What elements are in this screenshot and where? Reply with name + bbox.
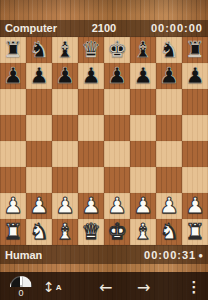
square-a2[interactable]: ♟ bbox=[0, 193, 26, 219]
flip-arrows-icon: ↕ bbox=[43, 279, 55, 295]
square-b5[interactable] bbox=[26, 115, 52, 141]
piece-black-knight[interactable]: ♞ bbox=[156, 37, 182, 63]
piece-white-knight[interactable]: ♞ bbox=[156, 219, 182, 245]
three-dots-icon: ⋮ bbox=[187, 278, 202, 296]
auto-flip-button[interactable]: ↕ A bbox=[43, 279, 62, 295]
undo-move-button[interactable]: ← bbox=[94, 278, 118, 297]
square-f6[interactable] bbox=[130, 89, 156, 115]
piece-black-king[interactable]: ♚ bbox=[104, 37, 130, 63]
piece-black-pawn[interactable]: ♟ bbox=[78, 63, 104, 89]
square-f1[interactable]: ♝ bbox=[130, 219, 156, 245]
square-f7[interactable]: ♟ bbox=[130, 63, 156, 89]
evaluation-value: 0 bbox=[18, 288, 23, 298]
square-e7[interactable]: ♟ bbox=[104, 63, 130, 89]
wood-header-strip bbox=[0, 0, 208, 20]
square-b6[interactable] bbox=[26, 89, 52, 115]
square-a8[interactable]: ♜ bbox=[0, 37, 26, 63]
active-turn-indicator: ● bbox=[198, 251, 203, 260]
redo-move-button[interactable]: → bbox=[132, 278, 156, 297]
piece-black-pawn[interactable]: ♟ bbox=[52, 63, 78, 89]
square-b2[interactable]: ♟ bbox=[26, 193, 52, 219]
square-c3[interactable] bbox=[52, 167, 78, 193]
square-c8[interactable]: ♝ bbox=[52, 37, 78, 63]
square-a5[interactable] bbox=[0, 115, 26, 141]
square-f8[interactable]: ♝ bbox=[130, 37, 156, 63]
piece-white-bishop[interactable]: ♝ bbox=[130, 219, 156, 245]
square-d6[interactable] bbox=[78, 89, 104, 115]
flip-auto-label: A bbox=[56, 283, 62, 292]
square-g3[interactable] bbox=[156, 167, 182, 193]
square-e6[interactable] bbox=[104, 89, 130, 115]
square-e3[interactable] bbox=[104, 167, 130, 193]
piece-white-queen[interactable]: ♛ bbox=[78, 219, 104, 245]
piece-white-pawn[interactable]: ♟ bbox=[156, 193, 182, 219]
square-c7[interactable]: ♟ bbox=[52, 63, 78, 89]
square-c6[interactable] bbox=[52, 89, 78, 115]
evaluation-gauge-button[interactable]: 0 bbox=[8, 276, 34, 298]
square-h1[interactable]: ♜ bbox=[182, 219, 208, 245]
back-arrow-icon: ← bbox=[99, 278, 112, 297]
piece-black-pawn[interactable]: ♟ bbox=[26, 63, 52, 89]
piece-black-bishop[interactable]: ♝ bbox=[52, 37, 78, 63]
square-b8[interactable]: ♞ bbox=[26, 37, 52, 63]
piece-white-bishop[interactable]: ♝ bbox=[52, 219, 78, 245]
square-g6[interactable] bbox=[156, 89, 182, 115]
piece-black-pawn[interactable]: ♟ bbox=[182, 63, 208, 89]
square-e5[interactable] bbox=[104, 115, 130, 141]
piece-black-queen[interactable]: ♛ bbox=[78, 37, 104, 63]
piece-black-pawn[interactable]: ♟ bbox=[156, 63, 182, 89]
square-b1[interactable]: ♞ bbox=[26, 219, 52, 245]
square-a7[interactable]: ♟ bbox=[0, 63, 26, 89]
overflow-menu-button[interactable]: ⋮ bbox=[188, 278, 200, 296]
piece-black-rook[interactable]: ♜ bbox=[0, 37, 26, 63]
player-clock: 00:00:31 bbox=[144, 249, 196, 261]
square-f3[interactable] bbox=[130, 167, 156, 193]
square-h6[interactable] bbox=[182, 89, 208, 115]
square-e8[interactable]: ♚ bbox=[104, 37, 130, 63]
opponent-rating: 2100 bbox=[71, 22, 137, 34]
piece-white-knight[interactable]: ♞ bbox=[26, 219, 52, 245]
player-clock-wrap: 00:00:31● bbox=[104, 249, 203, 261]
square-c1[interactable]: ♝ bbox=[52, 219, 78, 245]
piece-black-rook[interactable]: ♜ bbox=[182, 37, 208, 63]
square-h8[interactable]: ♜ bbox=[182, 37, 208, 63]
piece-black-pawn[interactable]: ♟ bbox=[104, 63, 130, 89]
wood-gap-strip bbox=[0, 264, 208, 272]
square-b7[interactable]: ♟ bbox=[26, 63, 52, 89]
square-e2[interactable]: ♟ bbox=[104, 193, 130, 219]
piece-white-rook[interactable]: ♜ bbox=[182, 219, 208, 245]
square-e1[interactable]: ♚ bbox=[104, 219, 130, 245]
player-info-bar: Human 00:00:31● bbox=[0, 246, 208, 264]
square-g8[interactable]: ♞ bbox=[156, 37, 182, 63]
square-h2[interactable]: ♟ bbox=[182, 193, 208, 219]
piece-white-pawn[interactable]: ♟ bbox=[104, 193, 130, 219]
square-c4[interactable] bbox=[52, 141, 78, 167]
square-d5[interactable] bbox=[78, 115, 104, 141]
square-c5[interactable] bbox=[52, 115, 78, 141]
piece-white-pawn[interactable]: ♟ bbox=[26, 193, 52, 219]
piece-white-pawn[interactable]: ♟ bbox=[130, 193, 156, 219]
square-h7[interactable]: ♟ bbox=[182, 63, 208, 89]
square-b4[interactable] bbox=[26, 141, 52, 167]
bottom-toolbar: 0 ↕ A ← → ⋮ bbox=[0, 272, 208, 300]
piece-white-pawn[interactable]: ♟ bbox=[182, 193, 208, 219]
forward-arrow-icon: → bbox=[137, 278, 150, 297]
square-g1[interactable]: ♞ bbox=[156, 219, 182, 245]
piece-white-rook[interactable]: ♜ bbox=[0, 219, 26, 245]
piece-white-pawn[interactable]: ♟ bbox=[52, 193, 78, 219]
piece-black-pawn[interactable]: ♟ bbox=[0, 63, 26, 89]
square-f5[interactable] bbox=[130, 115, 156, 141]
square-g5[interactable] bbox=[156, 115, 182, 141]
square-d1[interactable]: ♛ bbox=[78, 219, 104, 245]
piece-black-bishop[interactable]: ♝ bbox=[130, 37, 156, 63]
square-h4[interactable] bbox=[182, 141, 208, 167]
chess-app-screen: Computer 2100 00:00:00 ♜♞♝♛♚♝♞♜♟♟♟♟♟♟♟♟♟… bbox=[0, 0, 208, 300]
square-g7[interactable]: ♟ bbox=[156, 63, 182, 89]
square-a3[interactable] bbox=[0, 167, 26, 193]
evaluation-gauge-icon bbox=[10, 276, 32, 287]
square-d7[interactable]: ♟ bbox=[78, 63, 104, 89]
square-g4[interactable] bbox=[156, 141, 182, 167]
square-g2[interactable]: ♟ bbox=[156, 193, 182, 219]
square-a4[interactable] bbox=[0, 141, 26, 167]
player-name: Human bbox=[5, 249, 104, 261]
square-h3[interactable] bbox=[182, 167, 208, 193]
square-f4[interactable] bbox=[130, 141, 156, 167]
square-c2[interactable]: ♟ bbox=[52, 193, 78, 219]
piece-white-pawn[interactable]: ♟ bbox=[0, 193, 26, 219]
opponent-name: Computer bbox=[5, 22, 71, 34]
square-h5[interactable] bbox=[182, 115, 208, 141]
square-e4[interactable] bbox=[104, 141, 130, 167]
piece-white-king[interactable]: ♚ bbox=[104, 219, 130, 245]
opponent-info-bar: Computer 2100 00:00:00 bbox=[0, 20, 208, 36]
chess-board[interactable]: ♜♞♝♛♚♝♞♜♟♟♟♟♟♟♟♟♟♟♟♟♟♟♟♟♜♞♝♛♚♝♞♜ bbox=[0, 36, 208, 246]
square-d4[interactable] bbox=[78, 141, 104, 167]
square-d2[interactable]: ♟ bbox=[78, 193, 104, 219]
opponent-clock: 00:00:00 bbox=[137, 22, 203, 34]
square-a6[interactable] bbox=[0, 89, 26, 115]
piece-black-knight[interactable]: ♞ bbox=[26, 37, 52, 63]
square-a1[interactable]: ♜ bbox=[0, 219, 26, 245]
piece-white-pawn[interactable]: ♟ bbox=[78, 193, 104, 219]
square-b3[interactable] bbox=[26, 167, 52, 193]
square-d8[interactable]: ♛ bbox=[78, 37, 104, 63]
piece-black-pawn[interactable]: ♟ bbox=[130, 63, 156, 89]
square-d3[interactable] bbox=[78, 167, 104, 193]
square-f2[interactable]: ♟ bbox=[130, 193, 156, 219]
